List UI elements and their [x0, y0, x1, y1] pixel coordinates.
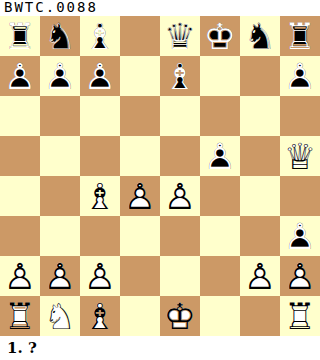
piece-outline-glyph: ♙ [40, 56, 80, 96]
square-f2[interactable] [200, 256, 240, 296]
square-f5[interactable]: ♟♙ [200, 136, 240, 176]
square-d3[interactable] [120, 216, 160, 256]
piece-black-knight[interactable]: ♞♘ [40, 16, 80, 56]
square-h3[interactable]: ♟♙ [280, 216, 320, 256]
piece-outline-glyph: ♖ [280, 296, 320, 336]
square-b7[interactable]: ♟♙ [40, 56, 80, 96]
piece-outline-glyph: ♙ [280, 256, 320, 296]
square-f1[interactable] [200, 296, 240, 336]
square-a6[interactable] [0, 96, 40, 136]
square-h6[interactable] [280, 96, 320, 136]
square-g2[interactable]: ♟♙ [240, 256, 280, 296]
piece-white-knight[interactable]: ♞♘ [40, 296, 80, 336]
piece-outline-glyph: ♗ [80, 176, 120, 216]
square-d2[interactable] [120, 256, 160, 296]
square-g3[interactable] [240, 216, 280, 256]
square-e5[interactable] [160, 136, 200, 176]
square-b5[interactable] [40, 136, 80, 176]
piece-black-pawn[interactable]: ♟♙ [0, 56, 40, 96]
square-b2[interactable]: ♟♙ [40, 256, 80, 296]
piece-white-pawn[interactable]: ♟♙ [160, 176, 200, 216]
piece-outline-glyph: ♘ [240, 16, 280, 56]
square-d7[interactable] [120, 56, 160, 96]
square-h1[interactable]: ♜♖ [280, 296, 320, 336]
square-d5[interactable] [120, 136, 160, 176]
square-h8[interactable]: ♜♖ [280, 16, 320, 56]
piece-white-pawn[interactable]: ♟♙ [80, 256, 120, 296]
square-a7[interactable]: ♟♙ [0, 56, 40, 96]
piece-outline-glyph: ♔ [200, 16, 240, 56]
piece-black-pawn[interactable]: ♟♙ [280, 56, 320, 96]
piece-outline-glyph: ♙ [40, 256, 80, 296]
square-e3[interactable] [160, 216, 200, 256]
piece-outline-glyph: ♙ [280, 216, 320, 256]
square-e7[interactable]: ♝♗ [160, 56, 200, 96]
piece-black-pawn[interactable]: ♟♙ [40, 56, 80, 96]
square-f4[interactable] [200, 176, 240, 216]
square-f8[interactable]: ♚♔ [200, 16, 240, 56]
square-c2[interactable]: ♟♙ [80, 256, 120, 296]
square-e1[interactable]: ♚♔ [160, 296, 200, 336]
square-g8[interactable]: ♞♘ [240, 16, 280, 56]
piece-outline-glyph: ♙ [240, 256, 280, 296]
square-a5[interactable] [0, 136, 40, 176]
piece-outline-glyph: ♕ [280, 136, 320, 176]
piece-black-king[interactable]: ♚♔ [200, 16, 240, 56]
move-prompt: 1. ? [0, 336, 320, 360]
piece-outline-glyph: ♙ [80, 256, 120, 296]
square-h2[interactable]: ♟♙ [280, 256, 320, 296]
square-d1[interactable] [120, 296, 160, 336]
piece-outline-glyph: ♖ [280, 16, 320, 56]
piece-outline-glyph: ♙ [0, 256, 40, 296]
square-d8[interactable] [120, 16, 160, 56]
piece-white-rook[interactable]: ♜♖ [280, 296, 320, 336]
chess-board: ♜♖♞♘♝♗♛♕♚♔♞♘♜♖♟♙♟♙♟♙♝♗♟♙♟♙♛♕♝♗♟♙♟♙♟♙♟♙♟♙… [0, 16, 320, 336]
piece-outline-glyph: ♙ [120, 176, 160, 216]
square-a2[interactable]: ♟♙ [0, 256, 40, 296]
square-f3[interactable] [200, 216, 240, 256]
chess-puzzle-window: BWTC.0088 ♜♖♞♘♝♗♛♕♚♔♞♘♜♖♟♙♟♙♟♙♝♗♟♙♟♙♛♕♝♗… [0, 0, 320, 360]
piece-white-pawn[interactable]: ♟♙ [280, 256, 320, 296]
piece-outline-glyph: ♙ [280, 56, 320, 96]
square-h7[interactable]: ♟♙ [280, 56, 320, 96]
piece-outline-glyph: ♔ [160, 296, 200, 336]
piece-white-king[interactable]: ♚♔ [160, 296, 200, 336]
piece-outline-glyph: ♘ [40, 16, 80, 56]
piece-white-pawn[interactable]: ♟♙ [120, 176, 160, 216]
square-b3[interactable] [40, 216, 80, 256]
square-h5[interactable]: ♛♕ [280, 136, 320, 176]
piece-black-pawn[interactable]: ♟♙ [280, 216, 320, 256]
square-c1[interactable]: ♝♗ [80, 296, 120, 336]
square-b4[interactable] [40, 176, 80, 216]
square-c7[interactable]: ♟♙ [80, 56, 120, 96]
piece-black-rook[interactable]: ♜♖ [0, 16, 40, 56]
square-h4[interactable] [280, 176, 320, 216]
square-b1[interactable]: ♞♘ [40, 296, 80, 336]
square-g1[interactable] [240, 296, 280, 336]
square-c4[interactable]: ♝♗ [80, 176, 120, 216]
piece-black-pawn[interactable]: ♟♙ [80, 56, 120, 96]
piece-outline-glyph: ♖ [0, 16, 40, 56]
square-c6[interactable] [80, 96, 120, 136]
square-a4[interactable] [0, 176, 40, 216]
square-b6[interactable] [40, 96, 80, 136]
piece-black-pawn[interactable]: ♟♙ [200, 136, 240, 176]
piece-white-bishop[interactable]: ♝♗ [80, 176, 120, 216]
square-e6[interactable] [160, 96, 200, 136]
piece-black-rook[interactable]: ♜♖ [280, 16, 320, 56]
piece-black-queen[interactable]: ♛♕ [160, 16, 200, 56]
square-g6[interactable] [240, 96, 280, 136]
square-c3[interactable] [80, 216, 120, 256]
piece-black-knight[interactable]: ♞♘ [240, 16, 280, 56]
square-d4[interactable]: ♟♙ [120, 176, 160, 216]
piece-outline-glyph: ♙ [80, 56, 120, 96]
square-g4[interactable] [240, 176, 280, 216]
piece-outline-glyph: ♗ [80, 296, 120, 336]
square-a3[interactable] [0, 216, 40, 256]
square-e4[interactable]: ♟♙ [160, 176, 200, 216]
square-g5[interactable] [240, 136, 280, 176]
piece-white-pawn[interactable]: ♟♙ [0, 256, 40, 296]
square-e8[interactable]: ♛♕ [160, 16, 200, 56]
piece-outline-glyph: ♗ [80, 16, 120, 56]
square-c8[interactable]: ♝♗ [80, 16, 120, 56]
square-a8[interactable]: ♜♖ [0, 16, 40, 56]
square-c5[interactable] [80, 136, 120, 176]
piece-outline-glyph: ♙ [160, 176, 200, 216]
piece-outline-glyph: ♗ [160, 56, 200, 96]
piece-outline-glyph: ♙ [0, 56, 40, 96]
piece-outline-glyph: ♖ [0, 296, 40, 336]
piece-white-pawn[interactable]: ♟♙ [40, 256, 80, 296]
square-f6[interactable] [200, 96, 240, 136]
square-f7[interactable] [200, 56, 240, 96]
piece-white-queen[interactable]: ♛♕ [280, 136, 320, 176]
piece-black-bishop[interactable]: ♝♗ [160, 56, 200, 96]
square-d6[interactable] [120, 96, 160, 136]
piece-white-rook[interactable]: ♜♖ [0, 296, 40, 336]
square-b8[interactable]: ♞♘ [40, 16, 80, 56]
square-g7[interactable] [240, 56, 280, 96]
piece-white-bishop[interactable]: ♝♗ [80, 296, 120, 336]
square-e2[interactable] [160, 256, 200, 296]
piece-outline-glyph: ♙ [200, 136, 240, 176]
piece-white-pawn[interactable]: ♟♙ [240, 256, 280, 296]
puzzle-id-title: BWTC.0088 [0, 0, 320, 16]
piece-black-bishop[interactable]: ♝♗ [80, 16, 120, 56]
piece-outline-glyph: ♕ [160, 16, 200, 56]
piece-outline-glyph: ♘ [40, 296, 80, 336]
square-a1[interactable]: ♜♖ [0, 296, 40, 336]
